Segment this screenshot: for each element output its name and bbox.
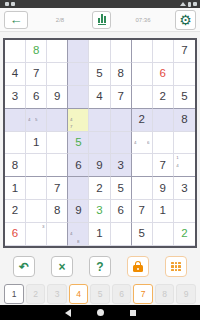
- cell-r6c1[interactable]: 8: [5, 154, 26, 177]
- cell-value: 1: [33, 137, 39, 149]
- gear-icon: ⚙: [179, 13, 192, 27]
- cell-value: 9: [75, 205, 81, 217]
- cell-value: 8: [54, 205, 60, 217]
- cell-r5c3[interactable]: [47, 132, 68, 155]
- cell-r2c8[interactable]: 6: [153, 63, 174, 86]
- cell-value: 5: [75, 137, 81, 149]
- undo-button[interactable]: ↶: [13, 256, 35, 277]
- cell-r9c6[interactable]: [111, 223, 132, 246]
- battery-icon: [188, 2, 191, 7]
- cell-r2c6[interactable]: 8: [111, 63, 132, 86]
- cell-r1c1[interactable]: [5, 40, 26, 63]
- cell-value: 9: [160, 183, 166, 195]
- bar-chart-icon: [98, 14, 106, 25]
- notes-mode-button[interactable]: [165, 256, 187, 277]
- number-pad: 123456789: [0, 284, 200, 304]
- cell-value: 2: [181, 228, 187, 240]
- cell-value: 7: [139, 205, 145, 217]
- cell-r2c3[interactable]: [47, 63, 68, 86]
- cell-r3c2[interactable]: 6: [26, 86, 47, 109]
- cell-r9c3[interactable]: [47, 223, 68, 246]
- app-bar: ← 2/8 07:36 ⚙: [0, 8, 200, 32]
- cell-r2c1[interactable]: 4: [5, 63, 26, 86]
- lock-icon: [133, 261, 144, 273]
- cell-r8c2[interactable]: [26, 200, 47, 223]
- notification-icon: [5, 2, 9, 6]
- cell-r3c6[interactable]: 7: [111, 86, 132, 109]
- numpad-button-2: 2: [26, 284, 46, 304]
- cell-r1c7[interactable]: [132, 40, 153, 63]
- cell-r7c6[interactable]: 5: [111, 177, 132, 200]
- cell-value: 4: [96, 91, 102, 103]
- cell-value: 3: [181, 183, 187, 195]
- hint-button[interactable]: ?: [89, 256, 111, 277]
- nav-home-icon[interactable]: [97, 309, 104, 316]
- cell-r3c5[interactable]: 4: [89, 86, 110, 109]
- cell-value: 7: [33, 68, 39, 80]
- cell-value: 1: [12, 183, 18, 195]
- cell-r7c9[interactable]: 3: [174, 177, 195, 200]
- cell-r5c6[interactable]: [111, 132, 132, 155]
- cell-r4c5[interactable]: [89, 109, 110, 132]
- cell-r6c3[interactable]: [47, 154, 68, 177]
- cell-r2c9[interactable]: [174, 63, 195, 86]
- cell-value: 8: [33, 45, 39, 57]
- numpad-button-6: 6: [112, 284, 132, 304]
- cell-r5c2[interactable]: 1: [26, 132, 47, 155]
- nav-recents-icon[interactable]: [130, 310, 136, 316]
- settings-button[interactable]: ⚙: [175, 10, 196, 30]
- cell-r9c4[interactable]: 48: [68, 223, 89, 246]
- numpad-button-7[interactable]: 7: [133, 284, 153, 304]
- note-digit: 4: [175, 163, 179, 167]
- note-digit: 7: [70, 125, 74, 129]
- sudoku-board: 8747586369472545472815468693714172593289…: [3, 38, 197, 248]
- cell-r1c3[interactable]: [47, 40, 68, 63]
- cell-r4c2[interactable]: 45: [26, 109, 47, 132]
- cell-value: 1: [160, 205, 166, 217]
- cell-r9c9[interactable]: 2: [174, 223, 195, 246]
- erase-x-icon: ×: [58, 260, 65, 274]
- note-digit: 4: [133, 140, 137, 144]
- cell-r7c4[interactable]: [68, 177, 89, 200]
- cell-r9c2[interactable]: 3: [26, 223, 47, 246]
- cell-r9c8[interactable]: [153, 223, 174, 246]
- numpad-button-9: 9: [176, 284, 196, 304]
- cell-r7c5[interactable]: 2: [89, 177, 110, 200]
- cell-value: 3: [96, 205, 102, 217]
- numpad-button-3: 3: [47, 284, 67, 304]
- cell-value: 7: [117, 91, 123, 103]
- cell-value: 5: [117, 183, 123, 195]
- cell-r5c7[interactable]: 46: [132, 132, 153, 155]
- cell-r6c8[interactable]: 7: [153, 154, 174, 177]
- cell-value: 2: [139, 114, 145, 126]
- cell-value: 5: [96, 68, 102, 80]
- android-nav-bar: [0, 305, 200, 320]
- cell-r1c9[interactable]: 7: [174, 40, 195, 63]
- cell-r4c6[interactable]: [111, 109, 132, 132]
- cell-r6c5[interactable]: 9: [89, 154, 110, 177]
- lock-mode-button[interactable]: [127, 256, 149, 277]
- cell-value: 9: [96, 160, 102, 172]
- status-bar: [0, 0, 200, 8]
- erase-button[interactable]: ×: [51, 256, 73, 277]
- cell-r3c8[interactable]: 2: [153, 86, 174, 109]
- cell-r8c5[interactable]: 3: [89, 200, 110, 223]
- numpad-button-1[interactable]: 1: [4, 284, 24, 304]
- cell-value: 5: [181, 91, 187, 103]
- numpad-button-4[interactable]: 4: [69, 284, 89, 304]
- cell-r4c9[interactable]: 8: [174, 109, 195, 132]
- cell-r7c8[interactable]: 9: [153, 177, 174, 200]
- cell-value: 4: [12, 68, 18, 80]
- cell-r8c6[interactable]: 6: [111, 200, 132, 223]
- cell-r7c7[interactable]: [132, 177, 153, 200]
- nav-back-icon[interactable]: [65, 309, 71, 317]
- cell-value: 2: [96, 183, 102, 195]
- cell-r9c5[interactable]: 1: [89, 223, 110, 246]
- cell-r8c3[interactable]: 8: [47, 200, 68, 223]
- mistakes-counter: 2/8: [28, 17, 92, 23]
- cell-r5c1[interactable]: [5, 132, 26, 155]
- note-digit: 6: [147, 140, 151, 144]
- cell-r8c4[interactable]: 9: [68, 200, 89, 223]
- cell-r5c4[interactable]: 5: [68, 132, 89, 155]
- cell-r1c6[interactable]: [111, 40, 132, 63]
- cell-r5c9[interactable]: [174, 132, 195, 155]
- cell-r4c7[interactable]: 2: [132, 109, 153, 132]
- cell-r6c2[interactable]: [26, 154, 47, 177]
- cell-r1c5[interactable]: [89, 40, 110, 63]
- cell-value: 6: [33, 91, 39, 103]
- cell-r3c9[interactable]: 5: [174, 86, 195, 109]
- question-mark-icon: ?: [96, 260, 103, 274]
- cell-value: 9: [54, 91, 60, 103]
- cell-value: 3: [12, 91, 18, 103]
- cell-value: 1: [96, 228, 102, 240]
- cell-r3c3[interactable]: 9: [47, 86, 68, 109]
- cell-value: 8: [117, 68, 123, 80]
- cell-r9c1[interactable]: 6: [5, 223, 26, 246]
- note-digit: 8: [77, 239, 81, 243]
- cell-value: 5: [139, 228, 145, 240]
- cell-r4c8[interactable]: [153, 109, 174, 132]
- note-digit: 4: [70, 232, 74, 236]
- cell-value: 6: [75, 160, 81, 172]
- statistics-button[interactable]: [92, 11, 111, 29]
- cell-r9c7[interactable]: 5: [132, 223, 153, 246]
- cell-r8c9[interactable]: [174, 200, 195, 223]
- cell-r5c8[interactable]: [153, 132, 174, 155]
- cell-r7c2[interactable]: [26, 177, 47, 200]
- cell-value: 2: [12, 205, 18, 217]
- cell-r7c1[interactable]: 1: [5, 177, 26, 200]
- cell-r8c7[interactable]: 7: [132, 200, 153, 223]
- note-digit: 4: [28, 118, 32, 122]
- cell-value: 7: [181, 45, 187, 57]
- cell-r2c2[interactable]: 7: [26, 63, 47, 86]
- back-icon: ←: [10, 13, 23, 26]
- cell-r1c8[interactable]: [153, 40, 174, 63]
- cell-r1c4[interactable]: [68, 40, 89, 63]
- clock-icon: [193, 2, 197, 6]
- note-digit: 3: [41, 225, 45, 229]
- cell-value: 6: [117, 205, 123, 217]
- cell-r6c4[interactable]: 6: [68, 154, 89, 177]
- cell-value: 6: [12, 228, 18, 240]
- note-digit: 1: [175, 156, 179, 160]
- numpad-button-5: 5: [90, 284, 110, 304]
- cell-r8c1[interactable]: 2: [5, 200, 26, 223]
- notification-icon: [11, 2, 15, 6]
- cell-r3c1[interactable]: 3: [5, 86, 26, 109]
- cell-value: 7: [54, 183, 60, 195]
- cell-r5c5[interactable]: [89, 132, 110, 155]
- cell-r4c3[interactable]: [47, 109, 68, 132]
- numpad-button-8: 8: [155, 284, 175, 304]
- cell-r2c4[interactable]: [68, 63, 89, 86]
- note-digit: 5: [34, 118, 38, 122]
- cell-r6c9[interactable]: 14: [174, 154, 195, 177]
- cell-value: 7: [160, 160, 166, 172]
- cell-r2c7[interactable]: [132, 63, 153, 86]
- cell-r3c7[interactable]: [132, 86, 153, 109]
- cell-r6c6[interactable]: 3: [111, 154, 132, 177]
- cell-r4c4[interactable]: 47: [68, 109, 89, 132]
- back-button[interactable]: ←: [4, 11, 28, 29]
- cell-r6c7[interactable]: [132, 154, 153, 177]
- cell-value: 3: [117, 160, 123, 172]
- cell-r7c3[interactable]: 7: [47, 177, 68, 200]
- cell-value: 8: [12, 160, 18, 172]
- cell-value: 8: [181, 114, 187, 126]
- cell-r3c4[interactable]: [68, 86, 89, 109]
- wifi-icon: [180, 2, 186, 6]
- note-digit: 4: [70, 118, 74, 122]
- cell-value: 6: [160, 68, 166, 80]
- undo-icon: ↶: [19, 260, 29, 274]
- cell-r8c8[interactable]: 1: [153, 200, 174, 223]
- timer: 07:36: [111, 17, 175, 23]
- cell-r4c1[interactable]: [5, 109, 26, 132]
- notes-grid-icon: [171, 262, 181, 272]
- cell-r2c5[interactable]: 5: [89, 63, 110, 86]
- toolbar: ↶ × ?: [0, 256, 200, 277]
- cell-r1c2[interactable]: 8: [26, 40, 47, 63]
- cell-value: 2: [160, 91, 166, 103]
